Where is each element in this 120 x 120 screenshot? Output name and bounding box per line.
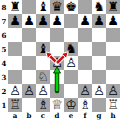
rank-label-5: 5 — [0, 42, 8, 56]
rank-label-2: 2 — [0, 84, 8, 98]
square-f3[interactable] — [78, 70, 92, 84]
square-c1[interactable]: ♗ — [36, 98, 50, 112]
piece-white-pawn[interactable]: ♙ — [22, 84, 36, 98]
square-b6[interactable] — [22, 28, 36, 42]
piece-black-pawn[interactable]: ♟ — [8, 14, 22, 28]
square-a3[interactable] — [8, 70, 22, 84]
piece-black-pawn[interactable]: ♟ — [78, 14, 92, 28]
square-e8[interactable]: ♚ — [64, 0, 78, 14]
square-h5[interactable] — [106, 42, 120, 56]
square-e2[interactable] — [64, 84, 78, 98]
square-f8[interactable] — [78, 0, 92, 14]
file-label-b: b — [22, 112, 36, 120]
square-d3[interactable] — [50, 70, 64, 84]
square-e7[interactable] — [64, 14, 78, 28]
square-f5[interactable] — [78, 42, 92, 56]
square-g5[interactable] — [92, 42, 106, 56]
square-a8[interactable]: ♜ — [8, 0, 22, 14]
rank-label-7: 7 — [0, 14, 8, 28]
square-d8[interactable]: ♛ — [50, 0, 64, 14]
piece-white-pawn[interactable]: ♙ — [50, 56, 64, 70]
piece-white-pawn[interactable]: ♙ — [78, 84, 92, 98]
square-b5[interactable] — [22, 42, 36, 56]
square-h7[interactable]: ♟ — [106, 14, 120, 28]
square-a5[interactable] — [8, 42, 22, 56]
square-b2[interactable]: ♙ — [22, 84, 36, 98]
square-h2[interactable]: ♙ — [106, 84, 120, 98]
file-labels: abcdefgh — [8, 112, 120, 120]
piece-white-rook[interactable]: ♖ — [106, 98, 120, 112]
square-e5[interactable]: ♞ — [64, 42, 78, 56]
piece-white-bishop[interactable]: ♗ — [36, 98, 50, 112]
file-label-d: d — [50, 112, 64, 120]
rank-label-8: 8 — [0, 0, 8, 14]
square-d5[interactable] — [50, 42, 64, 56]
piece-black-pawn[interactable]: ♟ — [92, 14, 106, 28]
square-f7[interactable]: ♟ — [78, 14, 92, 28]
piece-white-knight[interactable]: ♘ — [36, 70, 50, 84]
file-label-a: a — [8, 112, 22, 120]
square-g1[interactable] — [92, 98, 106, 112]
square-c6[interactable] — [36, 28, 50, 42]
square-d4[interactable]: ♙ — [50, 56, 64, 70]
piece-black-pawn[interactable]: ♟ — [106, 14, 120, 28]
piece-white-pawn[interactable]: ♙ — [92, 84, 106, 98]
file-label-h: h — [106, 112, 120, 120]
square-a2[interactable]: ♙ — [8, 84, 22, 98]
square-e3[interactable] — [64, 70, 78, 84]
square-h3[interactable] — [106, 70, 120, 84]
square-f1[interactable]: ♗ — [78, 98, 92, 112]
square-c8[interactable]: ♝ — [36, 0, 50, 14]
square-c5[interactable]: ♝ — [36, 42, 50, 56]
square-b8[interactable] — [22, 0, 36, 14]
piece-black-knight[interactable]: ♞ — [92, 0, 106, 14]
square-h4[interactable] — [106, 56, 120, 70]
square-g8[interactable]: ♞ — [92, 0, 106, 14]
square-f4[interactable] — [78, 56, 92, 70]
piece-white-pawn[interactable]: ♙ — [64, 56, 78, 70]
piece-white-pawn[interactable]: ♙ — [36, 84, 50, 98]
chess-board-screenshot: 87654321 ♜♝♛♚♞♜♟♟♟♟♟♟♟♝♞♙♙♘♙♙♙♙♙♙♖♗♕♔♗♖ … — [0, 0, 120, 120]
square-a4[interactable] — [8, 56, 22, 70]
square-c3[interactable]: ♘ — [36, 70, 50, 84]
piece-white-queen[interactable]: ♕ — [50, 98, 64, 112]
file-label-c: c — [36, 112, 50, 120]
piece-black-pawn[interactable]: ♟ — [36, 14, 50, 28]
square-e6[interactable] — [64, 28, 78, 42]
square-a1[interactable]: ♖ — [8, 98, 22, 112]
square-b3[interactable] — [22, 70, 36, 84]
chess-board: ♜♝♛♚♞♜♟♟♟♟♟♟♟♝♞♙♙♘♙♙♙♙♙♙♖♗♕♔♗♖ — [8, 0, 120, 112]
square-d7[interactable]: ♟ — [50, 14, 64, 28]
piece-black-rook[interactable]: ♜ — [8, 0, 22, 14]
square-f2[interactable]: ♙ — [78, 84, 92, 98]
file-label-e: e — [64, 112, 78, 120]
square-c7[interactable]: ♟ — [36, 14, 50, 28]
square-a6[interactable] — [8, 28, 22, 42]
rank-label-3: 3 — [0, 70, 8, 84]
square-h8[interactable]: ♜ — [106, 0, 120, 14]
rank-label-4: 4 — [0, 56, 8, 70]
square-g7[interactable]: ♟ — [92, 14, 106, 28]
square-d2[interactable] — [50, 84, 64, 98]
rank-label-1: 1 — [0, 98, 8, 112]
square-g2[interactable]: ♙ — [92, 84, 106, 98]
square-c2[interactable]: ♙ — [36, 84, 50, 98]
rank-label-6: 6 — [0, 28, 8, 42]
square-g4[interactable] — [92, 56, 106, 70]
square-c4[interactable] — [36, 56, 50, 70]
square-d1[interactable]: ♕ — [50, 98, 64, 112]
square-g6[interactable] — [92, 28, 106, 42]
piece-white-pawn[interactable]: ♙ — [8, 84, 22, 98]
rank-labels: 87654321 — [0, 0, 8, 112]
square-b4[interactable] — [22, 56, 36, 70]
square-g3[interactable] — [92, 70, 106, 84]
file-label-g: g — [92, 112, 106, 120]
square-e1[interactable]: ♔ — [64, 98, 78, 112]
piece-black-knight[interactable]: ♞ — [64, 42, 78, 56]
piece-black-king[interactable]: ♚ — [64, 0, 78, 14]
piece-white-rook[interactable]: ♖ — [8, 98, 22, 112]
square-h6[interactable] — [106, 28, 120, 42]
square-f6[interactable] — [78, 28, 92, 42]
square-e4[interactable]: ♙ — [64, 56, 78, 70]
piece-black-pawn[interactable]: ♟ — [22, 14, 36, 28]
piece-black-pawn[interactable]: ♟ — [50, 14, 64, 28]
square-d6[interactable] — [50, 28, 64, 42]
square-b7[interactable]: ♟ — [22, 14, 36, 28]
square-a7[interactable]: ♟ — [8, 14, 22, 28]
square-h1[interactable]: ♖ — [106, 98, 120, 112]
piece-black-bishop[interactable]: ♝ — [36, 0, 50, 14]
piece-white-pawn[interactable]: ♙ — [106, 84, 120, 98]
file-label-f: f — [78, 112, 92, 120]
piece-black-bishop[interactable]: ♝ — [36, 42, 50, 56]
square-b1[interactable] — [22, 98, 36, 112]
piece-white-bishop[interactable]: ♗ — [78, 98, 92, 112]
piece-black-queen[interactable]: ♛ — [50, 0, 64, 14]
piece-white-king[interactable]: ♔ — [64, 98, 78, 112]
piece-black-rook[interactable]: ♜ — [106, 0, 120, 14]
